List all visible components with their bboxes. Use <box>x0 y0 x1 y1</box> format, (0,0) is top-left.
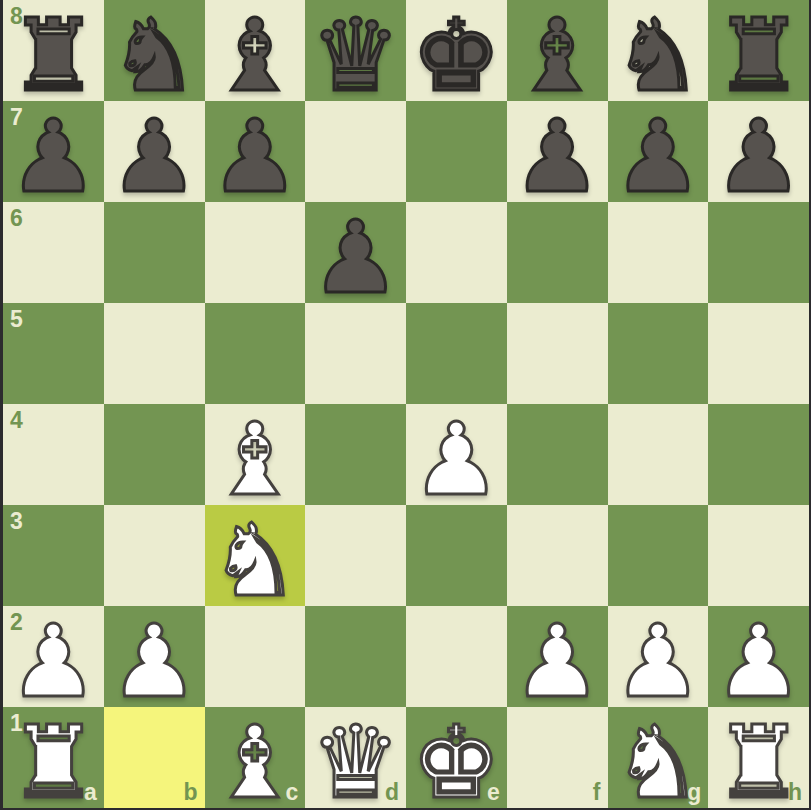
rank-label-4: 4 <box>10 409 23 432</box>
square-e3[interactable] <box>406 505 507 606</box>
white-knight[interactable]: ♞ <box>613 713 703 810</box>
rank-label-5: 5 <box>10 308 23 331</box>
square-d3[interactable] <box>305 505 406 606</box>
black-king[interactable]: ♚ <box>412 6 502 106</box>
square-c1[interactable]: c♝ <box>205 707 306 808</box>
square-h7[interactable]: ♟ <box>708 101 809 202</box>
white-pawn[interactable]: ♟ <box>9 612 99 712</box>
square-g8[interactable]: ♞ <box>608 0 709 101</box>
white-pawn[interactable]: ♟ <box>412 410 502 510</box>
black-pawn[interactable]: ♟ <box>109 107 199 207</box>
square-c3[interactable]: ♞ <box>205 505 306 606</box>
rank-label-3: 3 <box>10 510 23 533</box>
square-h6[interactable] <box>708 202 809 303</box>
square-h1[interactable]: h♜ <box>708 707 809 808</box>
square-e7[interactable] <box>406 101 507 202</box>
square-b8[interactable]: ♞ <box>104 0 205 101</box>
white-pawn[interactable]: ♟ <box>109 612 199 712</box>
black-bishop[interactable]: ♝ <box>210 6 300 106</box>
square-g2[interactable]: ♟ <box>608 606 709 707</box>
square-f8[interactable]: ♝ <box>507 0 608 101</box>
square-e6[interactable] <box>406 202 507 303</box>
file-label-f: f <box>593 781 601 804</box>
square-a4[interactable]: 4 <box>3 404 104 505</box>
square-a7[interactable]: 7♟ <box>3 101 104 202</box>
square-b4[interactable] <box>104 404 205 505</box>
square-g5[interactable] <box>608 303 709 404</box>
black-pawn[interactable]: ♟ <box>210 107 300 207</box>
square-f5[interactable] <box>507 303 608 404</box>
square-b6[interactable] <box>104 202 205 303</box>
square-f6[interactable] <box>507 202 608 303</box>
square-b1[interactable]: b <box>104 707 205 808</box>
square-e5[interactable] <box>406 303 507 404</box>
square-h5[interactable] <box>708 303 809 404</box>
square-d1[interactable]: d♛ <box>305 707 406 808</box>
square-b2[interactable]: ♟ <box>104 606 205 707</box>
file-label-b: b <box>183 781 197 804</box>
square-a2[interactable]: 2♟ <box>3 606 104 707</box>
square-h3[interactable] <box>708 505 809 606</box>
square-d2[interactable] <box>305 606 406 707</box>
square-a6[interactable]: 6 <box>3 202 104 303</box>
square-h8[interactable]: ♜ <box>708 0 809 101</box>
square-c5[interactable] <box>205 303 306 404</box>
square-b5[interactable] <box>104 303 205 404</box>
square-e1[interactable]: e♚ <box>406 707 507 808</box>
square-g7[interactable]: ♟ <box>608 101 709 202</box>
square-c8[interactable]: ♝ <box>205 0 306 101</box>
square-d8[interactable]: ♛ <box>305 0 406 101</box>
black-pawn[interactable]: ♟ <box>512 107 602 207</box>
white-pawn[interactable]: ♟ <box>714 612 804 712</box>
square-d6[interactable]: ♟ <box>305 202 406 303</box>
black-queen[interactable]: ♛ <box>311 6 401 106</box>
square-f7[interactable]: ♟ <box>507 101 608 202</box>
square-f4[interactable] <box>507 404 608 505</box>
black-knight[interactable]: ♞ <box>613 6 703 106</box>
square-b3[interactable] <box>104 505 205 606</box>
black-pawn[interactable]: ♟ <box>311 208 401 308</box>
white-bishop[interactable]: ♝ <box>210 713 300 810</box>
square-e4[interactable]: ♟ <box>406 404 507 505</box>
square-c7[interactable]: ♟ <box>205 101 306 202</box>
square-d4[interactable] <box>305 404 406 505</box>
square-d5[interactable] <box>305 303 406 404</box>
black-pawn[interactable]: ♟ <box>613 107 703 207</box>
square-g3[interactable] <box>608 505 709 606</box>
white-pawn[interactable]: ♟ <box>512 612 602 712</box>
black-knight[interactable]: ♞ <box>109 6 199 106</box>
white-rook[interactable]: ♜ <box>714 713 804 810</box>
black-rook[interactable]: ♜ <box>714 6 804 106</box>
black-rook[interactable]: ♜ <box>9 6 99 106</box>
square-g6[interactable] <box>608 202 709 303</box>
white-pawn[interactable]: ♟ <box>613 612 703 712</box>
square-f3[interactable] <box>507 505 608 606</box>
square-a8[interactable]: 8♜ <box>3 0 104 101</box>
square-g1[interactable]: g♞ <box>608 707 709 808</box>
square-b7[interactable]: ♟ <box>104 101 205 202</box>
square-a3[interactable]: 3 <box>3 505 104 606</box>
black-bishop[interactable]: ♝ <box>512 6 602 106</box>
black-pawn[interactable]: ♟ <box>9 107 99 207</box>
white-knight[interactable]: ♞ <box>210 511 300 611</box>
square-h2[interactable]: ♟ <box>708 606 809 707</box>
square-h4[interactable] <box>708 404 809 505</box>
square-c6[interactable] <box>205 202 306 303</box>
square-e2[interactable] <box>406 606 507 707</box>
chess-board: 8♜♞♝♛♚♝♞♜7♟♟♟♟♟♟6♟54♝♟3♞2♟♟♟♟♟1a♜bc♝d♛e♚… <box>0 0 811 810</box>
square-d7[interactable] <box>305 101 406 202</box>
square-c4[interactable]: ♝ <box>205 404 306 505</box>
white-king[interactable]: ♚ <box>412 713 502 810</box>
square-f1[interactable]: f <box>507 707 608 808</box>
black-pawn[interactable]: ♟ <box>714 107 804 207</box>
white-bishop[interactable]: ♝ <box>210 410 300 510</box>
square-a5[interactable]: 5 <box>3 303 104 404</box>
square-c2[interactable] <box>205 606 306 707</box>
square-g4[interactable] <box>608 404 709 505</box>
square-f2[interactable]: ♟ <box>507 606 608 707</box>
white-rook[interactable]: ♜ <box>9 713 99 810</box>
square-e8[interactable]: ♚ <box>406 0 507 101</box>
rank-label-6: 6 <box>10 207 23 230</box>
white-queen[interactable]: ♛ <box>311 713 401 810</box>
square-a1[interactable]: 1a♜ <box>3 707 104 808</box>
